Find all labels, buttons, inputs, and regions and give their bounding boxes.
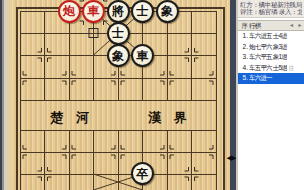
red-piece-炮[interactable]: 炮	[58, 0, 81, 23]
black-piece-象[interactable]: 象	[107, 44, 130, 67]
red-piece-車[interactable]: 車	[82, 0, 105, 23]
move-row[interactable]: 3.车六平五 象1退3	[238, 52, 304, 63]
move-text: 车六平五 象1退3	[249, 52, 287, 63]
game-info-line1: 红方：橘中秘新注残局谱	[240, 1, 302, 8]
pane-splitter-handle[interactable]: ◀▶	[225, 152, 237, 164]
xiangqi-app-window: 楚 河 漢 界 炮車將士象士象車卒 ◀▶ 红方：橘中秘新注残局谱 评注：杨官璘 …	[0, 0, 304, 190]
move-number: 5.	[238, 73, 249, 84]
move-number: 2.	[238, 42, 249, 53]
black-piece-車[interactable]: 車	[131, 44, 154, 67]
move-text: 炮七平六 象3进1	[249, 42, 287, 53]
game-info-header: 红方：橘中秘新注残局谱 评注：杨官璘 录入：北山	[238, 0, 304, 18]
move-row[interactable]: 4.车五平六 士5退4注	[238, 63, 304, 74]
move-number: 3.	[238, 52, 249, 63]
game-info-line2: 评注：杨官璘 录入：北山	[240, 8, 302, 15]
move-table: 序 行棋 ◄ ► 1.车六进五 士4进52.炮七平六 象3进13.车六平五 象1…	[238, 20, 304, 84]
move-note-marker: 注	[287, 63, 296, 74]
black-piece-象[interactable]: 象	[156, 0, 179, 23]
black-piece-卒[interactable]: 卒	[131, 162, 154, 185]
column-header-forward-icon[interactable]: ►	[296, 21, 304, 30]
move-row[interactable]: 1.车六进五 士4进5	[238, 31, 304, 42]
move-number: 4.	[238, 63, 249, 74]
column-header-moves: 行棋	[249, 21, 287, 30]
black-piece-士[interactable]: 士	[107, 22, 130, 45]
black-piece-士[interactable]: 士	[131, 0, 154, 23]
move-text: 车五平六 士5退4	[249, 63, 287, 74]
move-row[interactable]: 2.炮七平六 象3进1	[238, 42, 304, 53]
black-piece-將[interactable]: 將	[107, 0, 130, 23]
move-text: 车六进一	[249, 73, 287, 84]
move-row-selected[interactable]: 5.车六进一	[238, 73, 304, 84]
column-header-number: 序	[238, 21, 249, 30]
column-header-back-icon[interactable]: ◄	[287, 21, 296, 30]
move-list-panel: 红方：橘中秘新注残局谱 评注：杨官璘 录入：北山 序 行棋 ◄ ► 1.车六进五…	[236, 0, 304, 190]
move-number: 1.	[238, 31, 249, 42]
move-table-header: 序 行棋 ◄ ►	[238, 20, 304, 31]
piece-grid: 炮車將士象士象車卒	[8, 0, 229, 190]
move-text: 车六进五 士4进5	[249, 31, 287, 42]
